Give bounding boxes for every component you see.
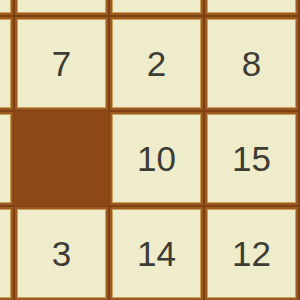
offscreen-tile bbox=[18, 0, 105, 12]
offscreen-tile bbox=[113, 0, 200, 12]
offscreen-tile bbox=[0, 0, 10, 12]
offscreen-tile bbox=[208, 0, 295, 12]
tile-2[interactable]: 2 bbox=[113, 20, 200, 107]
offscreen-tile bbox=[0, 115, 10, 202]
tile-12[interactable]: 12 bbox=[208, 210, 295, 297]
tile-3[interactable]: 3 bbox=[18, 210, 105, 297]
puzzle-board: 728101531412 bbox=[0, 0, 300, 300]
tile-8[interactable]: 8 bbox=[208, 20, 295, 107]
puzzle-viewport: 728101531412 bbox=[0, 0, 300, 300]
tile-15[interactable]: 15 bbox=[208, 115, 295, 202]
tile-10[interactable]: 10 bbox=[113, 115, 200, 202]
offscreen-tile bbox=[0, 20, 10, 107]
offscreen-tile bbox=[0, 210, 10, 297]
empty-cell bbox=[18, 115, 105, 202]
tile-7[interactable]: 7 bbox=[18, 20, 105, 107]
tile-14[interactable]: 14 bbox=[113, 210, 200, 297]
